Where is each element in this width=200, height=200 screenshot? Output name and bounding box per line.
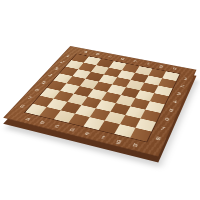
rank-label-6: 6 [159,115,176,125]
rank-label-5: 5 [163,106,179,115]
rank-label-2: 2 [175,82,190,90]
rank-label-1: 1 [178,75,193,83]
product-photo: aa11bb22cc33dd44ee55ff66gg77hh88 [0,0,200,200]
rank-label-4: 4 [167,98,183,107]
rank-label-7: 7 [154,124,171,134]
square-h8 [130,128,151,142]
rank-label-8: 8 [149,133,167,144]
rank-label-3: 3 [171,90,187,99]
